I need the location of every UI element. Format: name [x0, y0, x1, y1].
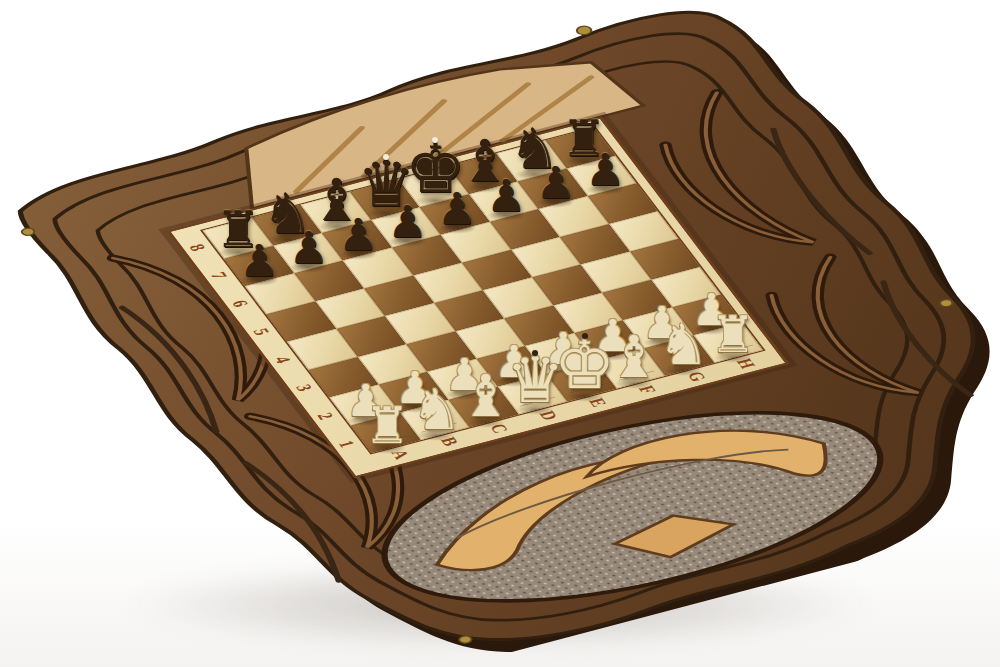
- piece-black-pawn[interactable]: ♟: [217, 239, 301, 283]
- piece-white-rook[interactable]: ♜: [345, 401, 429, 451]
- photo-stage: 87654321 ABCDEFGH ♜♞♝♟♚♟♛♟♝♟♞♟♜♟♟♟♟♟♟♜♟♞…: [0, 0, 1000, 667]
